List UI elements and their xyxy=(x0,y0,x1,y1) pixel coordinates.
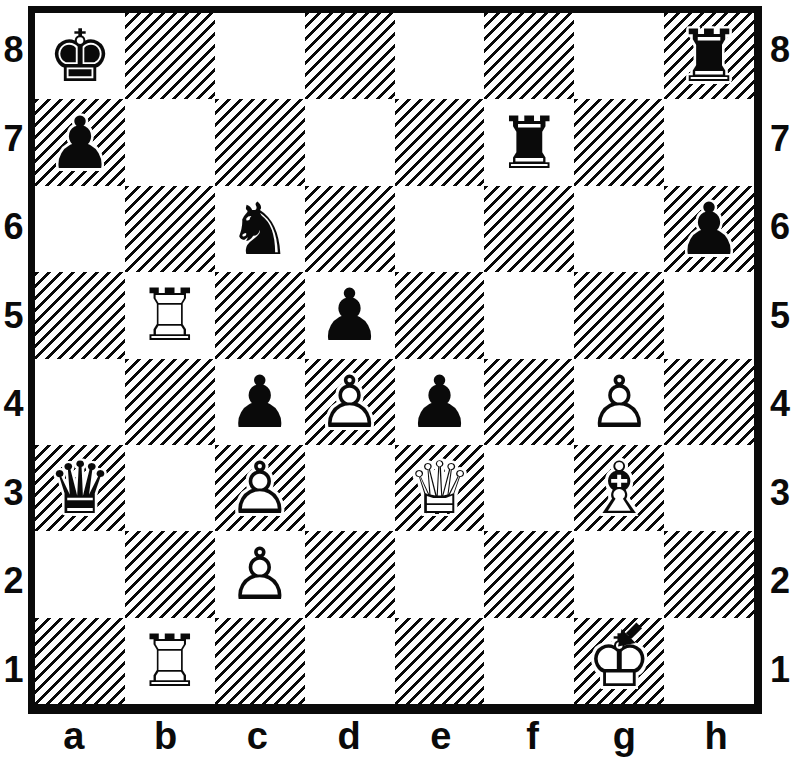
piece-white-bishop: ♝♗ xyxy=(574,445,664,531)
rank-label-left-5: 5 xyxy=(0,272,27,361)
square-e5[interactable] xyxy=(395,272,485,358)
square-a1[interactable] xyxy=(35,618,125,704)
square-h2[interactable] xyxy=(664,531,754,617)
square-d5[interactable]: ♟ xyxy=(305,272,395,358)
square-b3[interactable] xyxy=(125,445,215,531)
piece-white-rook: ♜♖ xyxy=(125,618,215,704)
rank-label-right-6: 6 xyxy=(762,183,798,272)
square-g6[interactable] xyxy=(574,186,664,272)
square-a2[interactable] xyxy=(35,531,125,617)
square-a4[interactable] xyxy=(35,359,125,445)
square-a3[interactable]: ♛ xyxy=(35,445,125,531)
square-h7[interactable] xyxy=(664,99,754,185)
square-e4[interactable]: ♟ xyxy=(395,359,485,445)
square-c1[interactable] xyxy=(215,618,305,704)
square-d4[interactable]: ♟♙ xyxy=(305,359,395,445)
square-b7[interactable] xyxy=(125,99,215,185)
square-d1[interactable] xyxy=(305,618,395,704)
piece-black-pawn: ♟ xyxy=(395,359,485,445)
rank-label-left-8: 8 xyxy=(0,6,27,95)
square-h1[interactable] xyxy=(664,618,754,704)
square-g7[interactable] xyxy=(574,99,664,185)
rank-label-right-7: 7 xyxy=(762,95,798,184)
piece-white-pawn: ♟♙ xyxy=(215,531,305,617)
square-g1[interactable]: ♚♔ xyxy=(574,618,664,704)
square-c8[interactable] xyxy=(215,13,305,99)
rank-label-right-8: 8 xyxy=(762,6,798,95)
square-e1[interactable] xyxy=(395,618,485,704)
square-f2[interactable] xyxy=(484,531,574,617)
rank-label-left-7: 7 xyxy=(0,95,27,184)
piece-black-rook: ♜ xyxy=(484,99,574,185)
piece-white-pawn: ♟♙ xyxy=(215,445,305,531)
rank-label-left-3: 3 xyxy=(0,449,27,538)
square-f1[interactable] xyxy=(484,618,574,704)
square-g3[interactable]: ♝♗ xyxy=(574,445,664,531)
file-label-e: e xyxy=(395,714,487,759)
piece-white-pawn: ♟♙ xyxy=(305,359,395,445)
square-b5[interactable]: ♜♖ xyxy=(125,272,215,358)
rank-label-left-1: 1 xyxy=(0,626,27,715)
piece-black-rook: ♜ xyxy=(664,13,754,99)
square-e2[interactable] xyxy=(395,531,485,617)
piece-black-knight: ♞ xyxy=(215,186,305,272)
piece-black-pawn: ♟ xyxy=(664,186,754,272)
square-f6[interactable] xyxy=(484,186,574,272)
square-h5[interactable] xyxy=(664,272,754,358)
square-d3[interactable] xyxy=(305,445,395,531)
file-labels-bottom: abcdefgh xyxy=(28,714,762,759)
square-e8[interactable] xyxy=(395,13,485,99)
board-frame: ♚♜♟♜♞♟♜♖♟♟♟♙♟♟♙♛♟♙♛♕♝♗♟♙♜♖♚♔ xyxy=(28,6,762,714)
square-b6[interactable] xyxy=(125,186,215,272)
square-g5[interactable] xyxy=(574,272,664,358)
square-f4[interactable] xyxy=(484,359,574,445)
square-h8[interactable]: ♜ xyxy=(664,13,754,99)
square-d2[interactable] xyxy=(305,531,395,617)
square-h3[interactable] xyxy=(664,445,754,531)
chess-board: ♚♜♟♜♞♟♜♖♟♟♟♙♟♟♙♛♟♙♛♕♝♗♟♙♜♖♚♔ xyxy=(35,13,754,704)
piece-white-rook: ♜♖ xyxy=(125,272,215,358)
rank-labels-left: 87654321 xyxy=(0,6,27,714)
rank-label-right-2: 2 xyxy=(762,537,798,626)
square-c4[interactable]: ♟ xyxy=(215,359,305,445)
square-h6[interactable]: ♟ xyxy=(664,186,754,272)
square-g2[interactable] xyxy=(574,531,664,617)
square-f3[interactable] xyxy=(484,445,574,531)
file-label-f: f xyxy=(487,714,579,759)
piece-black-pawn: ♟ xyxy=(305,272,395,358)
square-e6[interactable] xyxy=(395,186,485,272)
chess-diagram-page: 87654321 87654321 ♚♜♟♜♞♟♜♖♟♟♟♙♟♟♙♛♟♙♛♕♝♗… xyxy=(0,0,798,759)
square-f7[interactable]: ♜ xyxy=(484,99,574,185)
rank-label-right-4: 4 xyxy=(762,360,798,449)
square-e3[interactable]: ♛♕ xyxy=(395,445,485,531)
rank-label-right-5: 5 xyxy=(762,272,798,361)
file-label-b: b xyxy=(120,714,212,759)
square-b1[interactable]: ♜♖ xyxy=(125,618,215,704)
square-c2[interactable]: ♟♙ xyxy=(215,531,305,617)
piece-black-pawn: ♟ xyxy=(35,99,125,185)
square-b2[interactable] xyxy=(125,531,215,617)
rank-labels-right: 87654321 xyxy=(762,6,798,714)
square-a6[interactable] xyxy=(35,186,125,272)
piece-black-pawn: ♟ xyxy=(215,359,305,445)
square-c7[interactable] xyxy=(215,99,305,185)
rank-label-right-1: 1 xyxy=(762,626,798,715)
square-c6[interactable]: ♞ xyxy=(215,186,305,272)
square-e7[interactable] xyxy=(395,99,485,185)
file-label-g: g xyxy=(579,714,671,759)
square-c5[interactable] xyxy=(215,272,305,358)
square-g4[interactable]: ♟♙ xyxy=(574,359,664,445)
file-label-h: h xyxy=(670,714,762,759)
file-label-c: c xyxy=(212,714,304,759)
piece-white-pawn: ♟♙ xyxy=(574,359,664,445)
square-f8[interactable] xyxy=(484,13,574,99)
file-label-d: d xyxy=(303,714,395,759)
piece-white-queen: ♛♕ xyxy=(395,445,485,531)
square-d8[interactable] xyxy=(305,13,395,99)
square-f5[interactable] xyxy=(484,272,574,358)
square-a7[interactable]: ♟ xyxy=(35,99,125,185)
square-h4[interactable] xyxy=(664,359,754,445)
square-g8[interactable] xyxy=(574,13,664,99)
square-b4[interactable] xyxy=(125,359,215,445)
piece-black-king: ♚ xyxy=(35,13,125,99)
square-a5[interactable] xyxy=(35,272,125,358)
square-d7[interactable] xyxy=(305,99,395,185)
rank-label-left-2: 2 xyxy=(0,537,27,626)
rank-label-left-4: 4 xyxy=(0,360,27,449)
rank-label-right-3: 3 xyxy=(762,449,798,538)
piece-black-queen: ♛ xyxy=(35,445,125,531)
square-a8[interactable]: ♚ xyxy=(35,13,125,99)
square-c3[interactable]: ♟♙ xyxy=(215,445,305,531)
square-b8[interactable] xyxy=(125,13,215,99)
square-d6[interactable] xyxy=(305,186,395,272)
file-label-a: a xyxy=(28,714,120,759)
rank-label-left-6: 6 xyxy=(0,183,27,272)
